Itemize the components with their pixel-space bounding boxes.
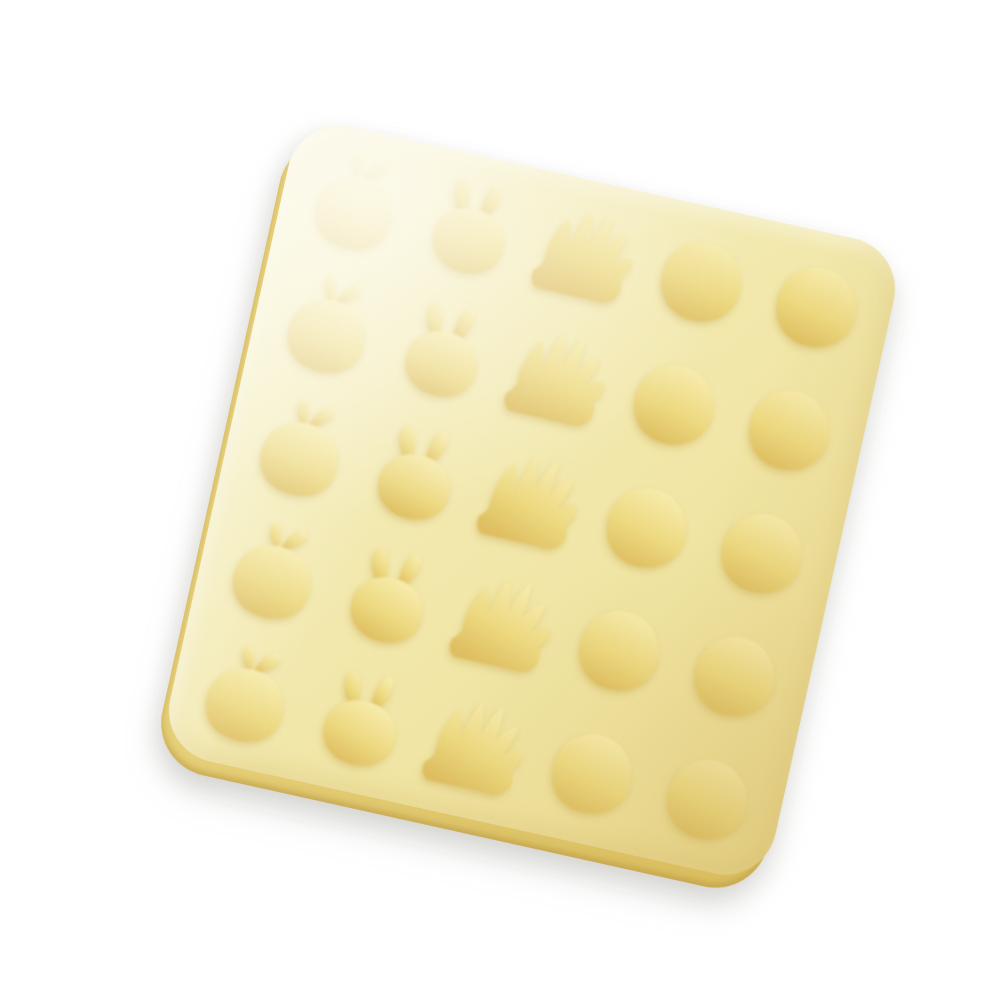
cavity-egg <box>746 231 888 380</box>
cavity-egg <box>664 600 806 749</box>
cavity-egg <box>691 477 833 626</box>
cavity-egg <box>718 354 860 503</box>
cavity-grid <box>176 129 888 872</box>
cavity-egg <box>637 723 779 872</box>
silicone-mold <box>159 116 905 885</box>
scene-background <box>0 0 1000 1000</box>
